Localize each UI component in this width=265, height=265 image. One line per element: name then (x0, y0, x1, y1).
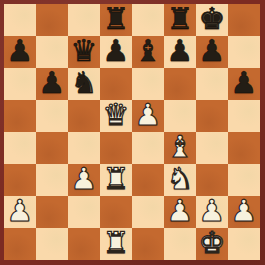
square-c7[interactable]: ♛ (68, 36, 100, 68)
chess-board-frame: ♜♜♚♟♛♟♝♟♟♟♞♟♛♟♝♟♜♞♟♟♟♟♜♚ (0, 0, 265, 265)
square-a7[interactable]: ♟ (4, 36, 36, 68)
white-pawn-piece[interactable]: ♟ (228, 195, 260, 227)
square-e6[interactable] (132, 68, 164, 100)
square-g8[interactable]: ♚ (196, 4, 228, 36)
square-d6[interactable] (100, 68, 132, 100)
black-king-piece[interactable]: ♚ (196, 3, 228, 35)
square-h7[interactable] (228, 36, 260, 68)
white-pawn-piece[interactable]: ♟ (68, 163, 100, 195)
square-a8[interactable] (4, 4, 36, 36)
black-pawn-piece[interactable]: ♟ (164, 35, 196, 67)
square-e5[interactable]: ♟ (132, 100, 164, 132)
square-h5[interactable] (228, 100, 260, 132)
square-a5[interactable] (4, 100, 36, 132)
square-c4[interactable] (68, 132, 100, 164)
black-rook-piece[interactable]: ♜ (100, 3, 132, 35)
square-d1[interactable]: ♜ (100, 228, 132, 260)
square-d8[interactable]: ♜ (100, 4, 132, 36)
square-a3[interactable] (4, 164, 36, 196)
square-d2[interactable] (100, 196, 132, 228)
square-g6[interactable] (196, 68, 228, 100)
white-rook-piece[interactable]: ♜ (100, 227, 132, 259)
white-knight-piece[interactable]: ♞ (164, 163, 196, 195)
square-b2[interactable] (36, 196, 68, 228)
square-b3[interactable] (36, 164, 68, 196)
black-pawn-piece[interactable]: ♟ (100, 35, 132, 67)
square-b4[interactable] (36, 132, 68, 164)
square-c6[interactable]: ♞ (68, 68, 100, 100)
square-h8[interactable] (228, 4, 260, 36)
black-pawn-piece[interactable]: ♟ (196, 35, 228, 67)
square-e8[interactable] (132, 4, 164, 36)
black-bishop-piece[interactable]: ♝ (132, 35, 164, 67)
square-e2[interactable] (132, 196, 164, 228)
square-e7[interactable]: ♝ (132, 36, 164, 68)
square-e1[interactable] (132, 228, 164, 260)
square-f6[interactable] (164, 68, 196, 100)
square-e4[interactable] (132, 132, 164, 164)
black-pawn-piece[interactable]: ♟ (36, 67, 68, 99)
black-queen-piece[interactable]: ♛ (68, 35, 100, 67)
square-f2[interactable]: ♟ (164, 196, 196, 228)
black-knight-piece[interactable]: ♞ (68, 67, 100, 99)
square-f8[interactable]: ♜ (164, 4, 196, 36)
square-h2[interactable]: ♟ (228, 196, 260, 228)
square-f3[interactable]: ♞ (164, 164, 196, 196)
square-c2[interactable] (68, 196, 100, 228)
square-g5[interactable] (196, 100, 228, 132)
white-pawn-piece[interactable]: ♟ (196, 195, 228, 227)
square-b6[interactable]: ♟ (36, 68, 68, 100)
square-e3[interactable] (132, 164, 164, 196)
square-c3[interactable]: ♟ (68, 164, 100, 196)
square-a2[interactable]: ♟ (4, 196, 36, 228)
square-b8[interactable] (36, 4, 68, 36)
square-b1[interactable] (36, 228, 68, 260)
square-b5[interactable] (36, 100, 68, 132)
black-rook-piece[interactable]: ♜ (164, 3, 196, 35)
white-pawn-piece[interactable]: ♟ (4, 195, 36, 227)
square-f4[interactable]: ♝ (164, 132, 196, 164)
square-f1[interactable] (164, 228, 196, 260)
white-bishop-piece[interactable]: ♝ (164, 131, 196, 163)
square-h3[interactable] (228, 164, 260, 196)
square-d5[interactable]: ♛ (100, 100, 132, 132)
white-pawn-piece[interactable]: ♟ (164, 195, 196, 227)
square-a4[interactable] (4, 132, 36, 164)
square-d4[interactable] (100, 132, 132, 164)
white-king-piece[interactable]: ♚ (196, 227, 228, 259)
chess-board: ♜♜♚♟♛♟♝♟♟♟♞♟♛♟♝♟♜♞♟♟♟♟♜♚ (4, 4, 260, 260)
square-d3[interactable]: ♜ (100, 164, 132, 196)
square-b7[interactable] (36, 36, 68, 68)
square-d7[interactable]: ♟ (100, 36, 132, 68)
white-queen-piece[interactable]: ♛ (100, 99, 132, 131)
square-c1[interactable] (68, 228, 100, 260)
square-h4[interactable] (228, 132, 260, 164)
black-pawn-piece[interactable]: ♟ (4, 35, 36, 67)
square-g4[interactable] (196, 132, 228, 164)
square-h1[interactable] (228, 228, 260, 260)
square-g7[interactable]: ♟ (196, 36, 228, 68)
square-f5[interactable] (164, 100, 196, 132)
square-f7[interactable]: ♟ (164, 36, 196, 68)
square-a6[interactable] (4, 68, 36, 100)
square-h6[interactable]: ♟ (228, 68, 260, 100)
white-rook-piece[interactable]: ♜ (100, 163, 132, 195)
white-pawn-piece[interactable]: ♟ (132, 99, 164, 131)
square-g1[interactable]: ♚ (196, 228, 228, 260)
square-c5[interactable] (68, 100, 100, 132)
black-pawn-piece[interactable]: ♟ (228, 67, 260, 99)
square-c8[interactable] (68, 4, 100, 36)
square-g3[interactable] (196, 164, 228, 196)
square-g2[interactable]: ♟ (196, 196, 228, 228)
square-a1[interactable] (4, 228, 36, 260)
